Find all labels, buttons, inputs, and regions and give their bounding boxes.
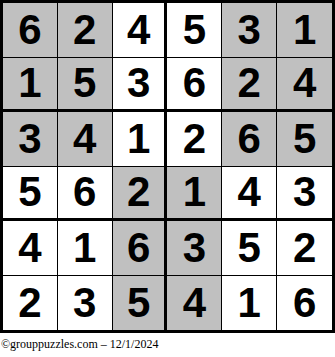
cell-r2c6: 4	[277, 58, 332, 113]
cell-r6c4: 4	[167, 276, 222, 331]
cell-r3c6: 5	[277, 112, 332, 167]
cell-r1c1: 6	[3, 3, 58, 58]
cell-r5c3: 6	[113, 221, 168, 276]
cell-r6c6: 6	[277, 276, 332, 331]
cell-r4c4: 1	[167, 167, 222, 222]
copyright-text: ©grouppuzzles.com – 12/1/2024	[1, 337, 158, 351]
cell-r2c4: 6	[167, 58, 222, 113]
cell-r6c2: 3	[58, 276, 113, 331]
cell-r3c4: 2	[167, 112, 222, 167]
cell-r1c2: 2	[58, 3, 113, 58]
cell-r5c1: 4	[3, 221, 58, 276]
cell-r5c2: 1	[58, 221, 113, 276]
cell-r4c2: 6	[58, 167, 113, 222]
cell-r3c3: 1	[113, 112, 168, 167]
cell-r6c1: 2	[3, 276, 58, 331]
cell-r5c5: 5	[222, 221, 277, 276]
cell-r2c1: 1	[3, 58, 58, 113]
cell-r4c6: 3	[277, 167, 332, 222]
cell-r4c5: 4	[222, 167, 277, 222]
cell-r2c2: 5	[58, 58, 113, 113]
cell-r2c5: 2	[222, 58, 277, 113]
cell-r5c4: 3	[167, 221, 222, 276]
cell-r3c5: 6	[222, 112, 277, 167]
puzzle-page: 624531153624341265562143416352235416 ©gr…	[0, 0, 335, 357]
cell-r2c3: 3	[113, 58, 168, 113]
cell-r6c5: 1	[222, 276, 277, 331]
copyright-footer: ©grouppuzzles.com – 12/1/2024	[0, 333, 335, 357]
cell-r5c6: 2	[277, 221, 332, 276]
cell-r3c2: 4	[58, 112, 113, 167]
cell-r4c3: 2	[113, 167, 168, 222]
cell-r3c1: 3	[3, 112, 58, 167]
cell-r6c3: 5	[113, 276, 168, 331]
sudoku-board: 624531153624341265562143416352235416	[0, 0, 335, 333]
cell-r1c6: 1	[277, 3, 332, 58]
cell-r1c3: 4	[113, 3, 168, 58]
cell-r1c5: 3	[222, 3, 277, 58]
cell-r1c4: 5	[167, 3, 222, 58]
cell-r4c1: 5	[3, 167, 58, 222]
